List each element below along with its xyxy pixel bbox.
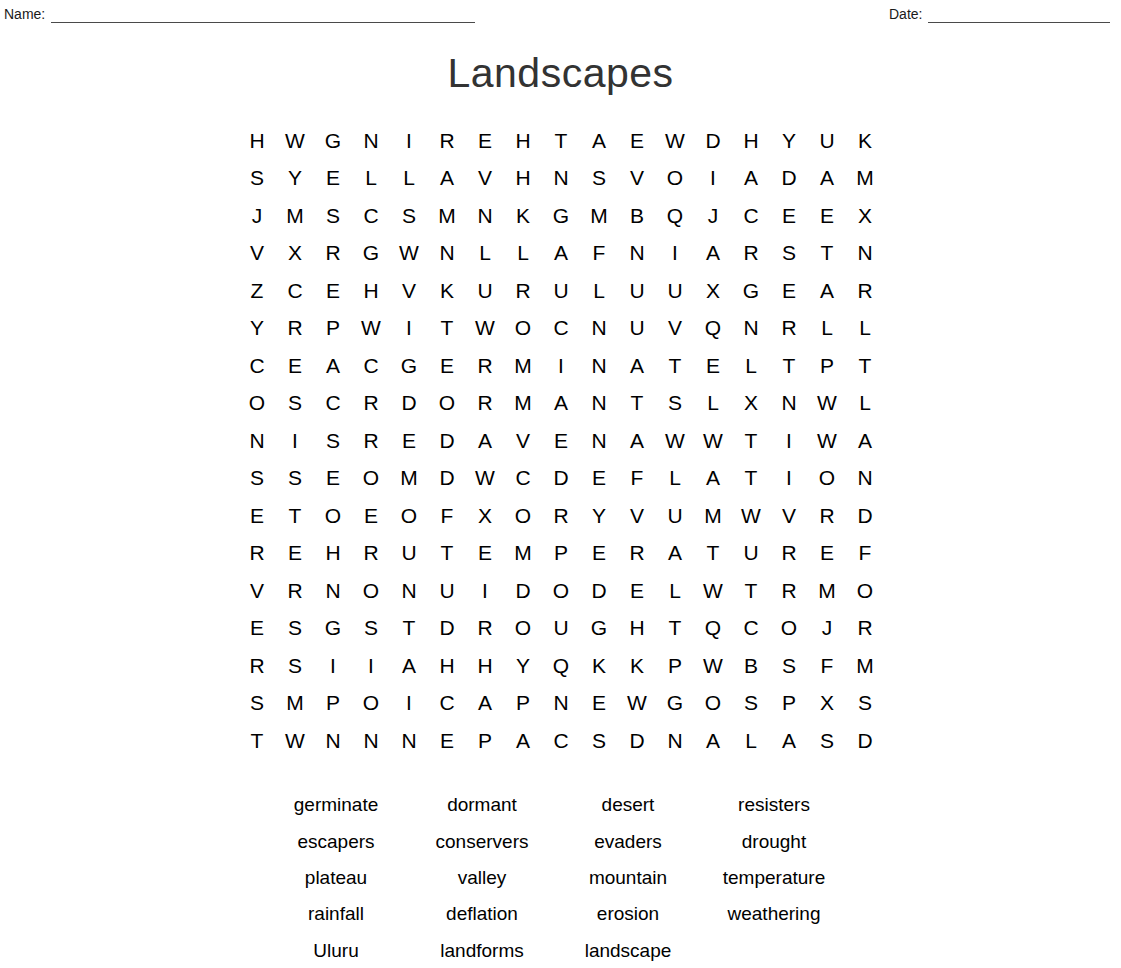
letter-grid: HWGNIREHTAEWDHYUKSYELLAVHNSVOIADAMJMSCSM… <box>238 122 884 760</box>
grid-cell-r4c10: F <box>580 235 618 273</box>
grid-cell-r16c11: W <box>618 685 656 723</box>
grid-cell-r3c9: G <box>542 197 580 235</box>
grid-cell-r10c14: T <box>732 460 770 498</box>
grid-cell-r8c15: N <box>770 385 808 423</box>
word-item-drought: drought <box>701 823 847 859</box>
grid-cell-r8c2: S <box>276 385 314 423</box>
grid-cell-r13c8: D <box>504 572 542 610</box>
grid-cell-r11c14: W <box>732 497 770 535</box>
grid-cell-r17c3: N <box>314 722 352 760</box>
grid-cell-r5c6: K <box>428 272 466 310</box>
grid-cell-r17c1: T <box>238 722 276 760</box>
grid-cell-r12c6: T <box>428 535 466 573</box>
grid-cell-r17c14: L <box>732 722 770 760</box>
grid-cell-r17c12: N <box>656 722 694 760</box>
grid-cell-r8c4: R <box>352 385 390 423</box>
grid-cell-r6c16: L <box>808 310 846 348</box>
name-blank-line[interactable] <box>51 6 475 23</box>
grid-cell-r10c9: D <box>542 460 580 498</box>
word-item-resisters: resisters <box>701 787 847 823</box>
grid-cell-r4c7: L <box>466 235 504 273</box>
grid-cell-r15c16: F <box>808 647 846 685</box>
grid-cell-r3c7: N <box>466 197 504 235</box>
name-field: Name: <box>4 6 475 23</box>
grid-cell-r4c5: W <box>390 235 428 273</box>
word-item-temperature: temperature <box>701 860 847 896</box>
grid-cell-r16c7: A <box>466 685 504 723</box>
word-list: germinatedormantdesertresistersescapersc… <box>263 787 847 968</box>
word-item-rainfall: rainfall <box>263 896 409 932</box>
grid-cell-r15c8: Y <box>504 647 542 685</box>
word-item-deflation: deflation <box>409 896 555 932</box>
grid-cell-r9c13: W <box>694 422 732 460</box>
grid-cell-r13c15: R <box>770 572 808 610</box>
grid-cell-r10c8: C <box>504 460 542 498</box>
grid-cell-r7c2: E <box>276 347 314 385</box>
grid-cell-r7c17: T <box>846 347 884 385</box>
grid-cell-r9c17: A <box>846 422 884 460</box>
grid-cell-r10c12: L <box>656 460 694 498</box>
date-field: Date: <box>889 6 1110 23</box>
grid-cell-r9c16: W <box>808 422 846 460</box>
grid-cell-r11c9: R <box>542 497 580 535</box>
grid-cell-r8c14: X <box>732 385 770 423</box>
grid-cell-r9c6: D <box>428 422 466 460</box>
grid-cell-r14c9: U <box>542 610 580 648</box>
grid-cell-r17c15: A <box>770 722 808 760</box>
grid-cell-r4c17: N <box>846 235 884 273</box>
grid-cell-r8c11: T <box>618 385 656 423</box>
grid-cell-r11c3: O <box>314 497 352 535</box>
grid-cell-r10c5: M <box>390 460 428 498</box>
page-title: Landscapes <box>0 50 1121 97</box>
grid-cell-r10c4: O <box>352 460 390 498</box>
grid-cell-r14c5: T <box>390 610 428 648</box>
grid-cell-r2c17: M <box>846 160 884 198</box>
grid-cell-r9c10: N <box>580 422 618 460</box>
grid-cell-r1c3: G <box>314 122 352 160</box>
grid-cell-r15c14: B <box>732 647 770 685</box>
grid-cell-r17c5: N <box>390 722 428 760</box>
grid-cell-r2c2: Y <box>276 160 314 198</box>
grid-cell-r13c14: T <box>732 572 770 610</box>
grid-cell-r9c2: I <box>276 422 314 460</box>
grid-cell-r12c14: U <box>732 535 770 573</box>
grid-cell-r15c15: S <box>770 647 808 685</box>
word-item-dormant: dormant <box>409 787 555 823</box>
grid-cell-r7c8: M <box>504 347 542 385</box>
grid-cell-r14c13: Q <box>694 610 732 648</box>
grid-cell-r4c14: R <box>732 235 770 273</box>
grid-cell-r12c16: E <box>808 535 846 573</box>
grid-cell-r17c7: P <box>466 722 504 760</box>
grid-cell-r1c17: K <box>846 122 884 160</box>
grid-cell-r3c16: E <box>808 197 846 235</box>
grid-cell-r6c4: W <box>352 310 390 348</box>
grid-cell-r9c1: N <box>238 422 276 460</box>
grid-cell-r17c9: C <box>542 722 580 760</box>
grid-cell-r9c15: I <box>770 422 808 460</box>
grid-cell-r14c11: H <box>618 610 656 648</box>
grid-cell-r6c5: I <box>390 310 428 348</box>
grid-cell-r3c3: S <box>314 197 352 235</box>
grid-cell-r3c12: Q <box>656 197 694 235</box>
grid-cell-r3c8: K <box>504 197 542 235</box>
grid-cell-r17c11: D <box>618 722 656 760</box>
grid-cell-r7c14: L <box>732 347 770 385</box>
grid-cell-r7c4: C <box>352 347 390 385</box>
grid-cell-r2c10: S <box>580 160 618 198</box>
grid-cell-r7c9: I <box>542 347 580 385</box>
grid-cell-r2c5: L <box>390 160 428 198</box>
grid-cell-r13c10: D <box>580 572 618 610</box>
grid-cell-r7c15: T <box>770 347 808 385</box>
word-item-uluru: Uluru <box>263 933 409 968</box>
grid-cell-r2c15: D <box>770 160 808 198</box>
grid-cell-r14c7: R <box>466 610 504 648</box>
grid-cell-r2c3: E <box>314 160 352 198</box>
grid-cell-r11c13: M <box>694 497 732 535</box>
grid-cell-r1c8: H <box>504 122 542 160</box>
grid-cell-r4c13: A <box>694 235 732 273</box>
grid-cell-r15c6: H <box>428 647 466 685</box>
grid-cell-r12c3: H <box>314 535 352 573</box>
grid-cell-r5c17: R <box>846 272 884 310</box>
grid-cell-r13c9: O <box>542 572 580 610</box>
grid-cell-r13c7: I <box>466 572 504 610</box>
grid-cell-r16c4: O <box>352 685 390 723</box>
grid-cell-r3c14: C <box>732 197 770 235</box>
grid-cell-r14c6: D <box>428 610 466 648</box>
grid-cell-r7c16: P <box>808 347 846 385</box>
grid-cell-r16c17: S <box>846 685 884 723</box>
grid-cell-r3c17: X <box>846 197 884 235</box>
grid-cell-r12c1: R <box>238 535 276 573</box>
grid-cell-r17c6: E <box>428 722 466 760</box>
grid-cell-r13c12: L <box>656 572 694 610</box>
grid-cell-r10c1: S <box>238 460 276 498</box>
grid-cell-r12c17: F <box>846 535 884 573</box>
grid-cell-r4c1: V <box>238 235 276 273</box>
grid-cell-r14c8: O <box>504 610 542 648</box>
grid-cell-r12c12: A <box>656 535 694 573</box>
grid-cell-r11c4: E <box>352 497 390 535</box>
grid-cell-r2c6: A <box>428 160 466 198</box>
grid-cell-r15c1: R <box>238 647 276 685</box>
grid-cell-r11c15: V <box>770 497 808 535</box>
grid-cell-r7c3: A <box>314 347 352 385</box>
grid-cell-r14c3: G <box>314 610 352 648</box>
grid-cell-r8c10: N <box>580 385 618 423</box>
grid-cell-r2c1: S <box>238 160 276 198</box>
grid-cell-r13c4: O <box>352 572 390 610</box>
grid-cell-r6c9: C <box>542 310 580 348</box>
grid-cell-r12c10: E <box>580 535 618 573</box>
worksheet-page: Name: Date: Landscapes HWGNIREHTAEWDHYUK… <box>0 0 1121 968</box>
grid-cell-r2c16: A <box>808 160 846 198</box>
grid-cell-r16c12: G <box>656 685 694 723</box>
grid-cell-r9c9: E <box>542 422 580 460</box>
word-item-weathering: weathering <box>701 896 847 932</box>
grid-cell-r5c10: L <box>580 272 618 310</box>
word-item-conservers: conservers <box>409 823 555 859</box>
grid-cell-r3c11: B <box>618 197 656 235</box>
grid-cell-r9c8: V <box>504 422 542 460</box>
grid-cell-r1c5: I <box>390 122 428 160</box>
grid-cell-r16c9: N <box>542 685 580 723</box>
grid-cell-r6c6: T <box>428 310 466 348</box>
grid-cell-r5c14: G <box>732 272 770 310</box>
grid-cell-r3c10: M <box>580 197 618 235</box>
grid-cell-r12c11: R <box>618 535 656 573</box>
grid-cell-r10c17: N <box>846 460 884 498</box>
grid-cell-r12c7: E <box>466 535 504 573</box>
grid-cell-r6c11: U <box>618 310 656 348</box>
grid-cell-r7c12: T <box>656 347 694 385</box>
grid-cell-r15c12: P <box>656 647 694 685</box>
grid-cell-r1c2: W <box>276 122 314 160</box>
grid-cell-r10c16: O <box>808 460 846 498</box>
grid-cell-r5c11: U <box>618 272 656 310</box>
grid-cell-r16c2: M <box>276 685 314 723</box>
grid-cell-r1c6: R <box>428 122 466 160</box>
grid-cell-r15c17: M <box>846 647 884 685</box>
grid-cell-r4c6: N <box>428 235 466 273</box>
word-item-germinate: germinate <box>263 787 409 823</box>
grid-cell-r14c15: O <box>770 610 808 648</box>
grid-cell-r3c5: S <box>390 197 428 235</box>
grid-cell-r13c17: O <box>846 572 884 610</box>
grid-cell-r8c7: R <box>466 385 504 423</box>
grid-cell-r1c14: H <box>732 122 770 160</box>
word-item-empty <box>701 933 847 968</box>
grid-cell-r11c5: O <box>390 497 428 535</box>
grid-cell-r3c2: M <box>276 197 314 235</box>
grid-cell-r7c5: G <box>390 347 428 385</box>
grid-cell-r5c5: V <box>390 272 428 310</box>
word-item-erosion: erosion <box>555 896 701 932</box>
grid-cell-r9c3: S <box>314 422 352 460</box>
grid-cell-r16c1: S <box>238 685 276 723</box>
grid-cell-r6c7: W <box>466 310 504 348</box>
grid-cell-r13c1: V <box>238 572 276 610</box>
grid-cell-r5c7: U <box>466 272 504 310</box>
grid-cell-r10c7: W <box>466 460 504 498</box>
grid-cell-r15c11: K <box>618 647 656 685</box>
grid-cell-r2c11: V <box>618 160 656 198</box>
grid-cell-r1c7: E <box>466 122 504 160</box>
grid-cell-r2c8: H <box>504 160 542 198</box>
grid-cell-r2c12: O <box>656 160 694 198</box>
grid-cell-r12c8: M <box>504 535 542 573</box>
grid-cell-r9c14: T <box>732 422 770 460</box>
grid-cell-r14c1: E <box>238 610 276 648</box>
grid-cell-r11c8: O <box>504 497 542 535</box>
grid-cell-r1c4: N <box>352 122 390 160</box>
grid-cell-r11c1: E <box>238 497 276 535</box>
grid-cell-r17c17: D <box>846 722 884 760</box>
grid-cell-r3c13: J <box>694 197 732 235</box>
grid-cell-r3c15: E <box>770 197 808 235</box>
grid-cell-r9c4: R <box>352 422 390 460</box>
grid-cell-r10c2: S <box>276 460 314 498</box>
grid-cell-r1c16: U <box>808 122 846 160</box>
grid-cell-r2c4: L <box>352 160 390 198</box>
grid-cell-r16c15: P <box>770 685 808 723</box>
grid-cell-r11c11: V <box>618 497 656 535</box>
grid-cell-r12c4: R <box>352 535 390 573</box>
grid-cell-r11c6: F <box>428 497 466 535</box>
grid-cell-r3c1: J <box>238 197 276 235</box>
grid-cell-r17c4: N <box>352 722 390 760</box>
grid-cell-r8c1: O <box>238 385 276 423</box>
grid-cell-r13c6: U <box>428 572 466 610</box>
grid-cell-r10c11: F <box>618 460 656 498</box>
grid-cell-r16c5: I <box>390 685 428 723</box>
grid-cell-r5c9: U <box>542 272 580 310</box>
grid-cell-r10c3: E <box>314 460 352 498</box>
grid-cell-r12c9: P <box>542 535 580 573</box>
grid-cell-r4c3: R <box>314 235 352 273</box>
grid-cell-r15c2: S <box>276 647 314 685</box>
grid-cell-r15c9: Q <box>542 647 580 685</box>
grid-cell-r16c8: P <box>504 685 542 723</box>
grid-cell-r14c2: S <box>276 610 314 648</box>
grid-cell-r5c16: A <box>808 272 846 310</box>
date-blank-line[interactable] <box>928 6 1110 23</box>
grid-cell-r5c13: X <box>694 272 732 310</box>
grid-cell-r1c10: A <box>580 122 618 160</box>
grid-cell-r17c16: S <box>808 722 846 760</box>
grid-cell-r11c7: X <box>466 497 504 535</box>
grid-cell-r3c4: C <box>352 197 390 235</box>
grid-cell-r4c16: T <box>808 235 846 273</box>
grid-cell-r4c8: L <box>504 235 542 273</box>
grid-cell-r5c1: Z <box>238 272 276 310</box>
grid-cell-r17c13: A <box>694 722 732 760</box>
word-item-mountain: mountain <box>555 860 701 896</box>
grid-cell-r5c8: R <box>504 272 542 310</box>
grid-cell-r11c17: D <box>846 497 884 535</box>
grid-cell-r7c10: N <box>580 347 618 385</box>
grid-cell-r16c3: P <box>314 685 352 723</box>
grid-cell-r2c9: N <box>542 160 580 198</box>
grid-cell-r8c5: D <box>390 385 428 423</box>
grid-cell-r6c3: P <box>314 310 352 348</box>
grid-cell-r14c17: R <box>846 610 884 648</box>
grid-cell-r17c2: W <box>276 722 314 760</box>
grid-cell-r4c11: N <box>618 235 656 273</box>
grid-cell-r8c8: M <box>504 385 542 423</box>
grid-cell-r5c15: E <box>770 272 808 310</box>
grid-cell-r11c12: U <box>656 497 694 535</box>
grid-cell-r16c10: E <box>580 685 618 723</box>
grid-cell-r15c3: I <box>314 647 352 685</box>
grid-cell-r7c11: A <box>618 347 656 385</box>
grid-cell-r16c13: O <box>694 685 732 723</box>
grid-cell-r5c12: U <box>656 272 694 310</box>
word-item-valley: valley <box>409 860 555 896</box>
grid-cell-r8c16: W <box>808 385 846 423</box>
grid-cell-r12c13: T <box>694 535 732 573</box>
grid-cell-r6c15: R <box>770 310 808 348</box>
grid-cell-r15c4: I <box>352 647 390 685</box>
grid-cell-r1c12: W <box>656 122 694 160</box>
grid-cell-r10c13: A <box>694 460 732 498</box>
grid-cell-r2c14: A <box>732 160 770 198</box>
grid-cell-r10c10: E <box>580 460 618 498</box>
word-item-desert: desert <box>555 787 701 823</box>
grid-cell-r8c13: L <box>694 385 732 423</box>
grid-cell-r8c12: S <box>656 385 694 423</box>
grid-cell-r8c9: A <box>542 385 580 423</box>
grid-cell-r5c4: H <box>352 272 390 310</box>
grid-cell-r7c7: R <box>466 347 504 385</box>
grid-cell-r9c7: A <box>466 422 504 460</box>
grid-cell-r9c12: W <box>656 422 694 460</box>
grid-cell-r14c10: G <box>580 610 618 648</box>
word-item-landscape: landscape <box>555 933 701 968</box>
grid-cell-r16c16: X <box>808 685 846 723</box>
grid-cell-r7c6: E <box>428 347 466 385</box>
grid-cell-r13c3: N <box>314 572 352 610</box>
grid-cell-r11c16: R <box>808 497 846 535</box>
grid-cell-r14c4: S <box>352 610 390 648</box>
grid-cell-r14c16: J <box>808 610 846 648</box>
grid-cell-r13c11: E <box>618 572 656 610</box>
grid-cell-r14c12: T <box>656 610 694 648</box>
grid-cell-r15c5: A <box>390 647 428 685</box>
grid-cell-r13c16: M <box>808 572 846 610</box>
grid-cell-r9c11: A <box>618 422 656 460</box>
grid-cell-r4c12: I <box>656 235 694 273</box>
grid-cell-r1c9: T <box>542 122 580 160</box>
grid-cell-r1c1: H <box>238 122 276 160</box>
grid-cell-r10c15: I <box>770 460 808 498</box>
word-item-evaders: evaders <box>555 823 701 859</box>
grid-cell-r4c9: A <box>542 235 580 273</box>
grid-cell-r7c13: E <box>694 347 732 385</box>
grid-cell-r6c10: N <box>580 310 618 348</box>
grid-cell-r12c15: R <box>770 535 808 573</box>
grid-cell-r6c2: R <box>276 310 314 348</box>
grid-cell-r2c7: V <box>466 160 504 198</box>
grid-cell-r6c8: O <box>504 310 542 348</box>
grid-cell-r1c13: D <box>694 122 732 160</box>
grid-cell-r6c12: V <box>656 310 694 348</box>
word-item-escapers: escapers <box>263 823 409 859</box>
grid-cell-r5c3: E <box>314 272 352 310</box>
grid-cell-r14c14: C <box>732 610 770 648</box>
grid-cell-r1c11: E <box>618 122 656 160</box>
grid-cell-r8c17: L <box>846 385 884 423</box>
grid-cell-r6c17: L <box>846 310 884 348</box>
grid-cell-r13c13: W <box>694 572 732 610</box>
grid-cell-r2c13: I <box>694 160 732 198</box>
grid-cell-r6c13: Q <box>694 310 732 348</box>
grid-cell-r15c10: K <box>580 647 618 685</box>
grid-cell-r3c6: M <box>428 197 466 235</box>
grid-cell-r4c4: G <box>352 235 390 273</box>
grid-cell-r4c2: X <box>276 235 314 273</box>
grid-cell-r5c2: C <box>276 272 314 310</box>
grid-cell-r17c10: S <box>580 722 618 760</box>
grid-cell-r11c10: Y <box>580 497 618 535</box>
grid-cell-r15c7: H <box>466 647 504 685</box>
grid-cell-r16c6: C <box>428 685 466 723</box>
grid-cell-r1c15: Y <box>770 122 808 160</box>
grid-cell-r8c6: O <box>428 385 466 423</box>
